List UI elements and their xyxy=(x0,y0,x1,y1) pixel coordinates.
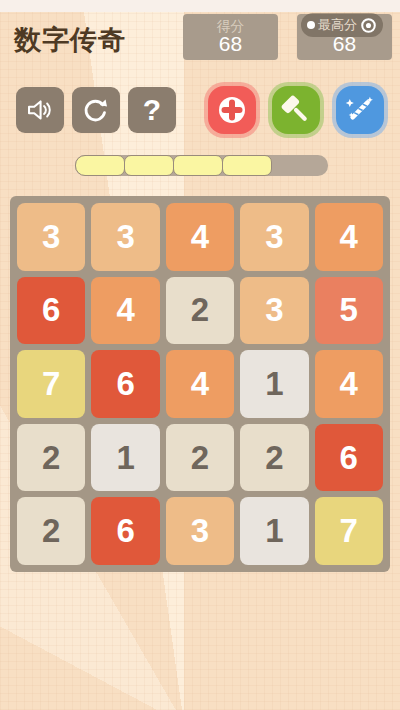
tile-r5c2[interactable]: 6 xyxy=(91,497,159,565)
tile-r5c1[interactable]: 2 xyxy=(17,497,85,565)
add-tile-button[interactable] xyxy=(208,86,256,134)
tile-r5c5[interactable]: 7 xyxy=(315,497,383,565)
game-board: 3343464235764142122626317 xyxy=(10,196,390,572)
speaker-icon xyxy=(25,96,55,124)
tile-r4c4[interactable]: 2 xyxy=(240,424,308,492)
gavel-icon xyxy=(278,92,314,128)
score-label: 得分 xyxy=(217,19,245,34)
refresh-icon xyxy=(82,96,110,124)
tile-r3c1[interactable]: 7 xyxy=(17,350,85,418)
tile-r1c2[interactable]: 3 xyxy=(91,203,159,271)
tile-r1c5[interactable]: 4 xyxy=(315,203,383,271)
hammer-button[interactable] xyxy=(272,86,320,134)
progress-segment-3 xyxy=(173,155,223,176)
tile-r3c4[interactable]: 1 xyxy=(240,350,308,418)
tile-r5c3[interactable]: 3 xyxy=(166,497,234,565)
tile-r2c1[interactable]: 6 xyxy=(17,277,85,345)
tile-r4c1[interactable]: 2 xyxy=(17,424,85,492)
tile-r3c3[interactable]: 4 xyxy=(166,350,234,418)
tile-r2c4[interactable]: 3 xyxy=(240,277,308,345)
page-title: 数字传奇 xyxy=(14,22,126,58)
record-target-icon[interactable] xyxy=(360,17,377,34)
tile-r2c2[interactable]: 4 xyxy=(91,277,159,345)
tile-r4c3[interactable]: 2 xyxy=(166,424,234,492)
help-button[interactable]: ? xyxy=(128,87,176,133)
tile-r2c3[interactable]: 2 xyxy=(166,277,234,345)
tile-r1c4[interactable]: 3 xyxy=(240,203,308,271)
record-dot-icon xyxy=(307,21,315,29)
screen-recorder-overlay[interactable]: 最高分 xyxy=(301,13,383,37)
tile-r3c5[interactable]: 4 xyxy=(315,350,383,418)
tile-r4c5[interactable]: 6 xyxy=(315,424,383,492)
sound-button[interactable] xyxy=(16,87,64,133)
score-box: 得分 68 xyxy=(183,14,278,60)
progress-segment-2 xyxy=(124,155,174,176)
restart-button[interactable] xyxy=(72,87,120,133)
magic-wand-button[interactable] xyxy=(336,86,384,134)
tile-r3c2[interactable]: 6 xyxy=(91,350,159,418)
progress-segment-1 xyxy=(75,155,125,176)
status-bar-strip xyxy=(0,0,400,12)
level-progress-bar xyxy=(75,155,328,176)
question-mark-glyph: ? xyxy=(143,93,161,127)
score-value: 68 xyxy=(219,33,242,55)
tile-r1c3[interactable]: 4 xyxy=(166,203,234,271)
tile-r2c5[interactable]: 5 xyxy=(315,277,383,345)
tile-r5c4[interactable]: 1 xyxy=(240,497,308,565)
best-score-pill-label: 最高分 xyxy=(318,16,357,34)
tile-r4c2[interactable]: 1 xyxy=(91,424,159,492)
magic-wand-icon xyxy=(342,92,378,128)
tile-r1c1[interactable]: 3 xyxy=(17,203,85,271)
progress-segment-4 xyxy=(222,155,272,176)
game-screen: 数字传奇 得分 68 68 最高分 xyxy=(0,0,400,710)
plus-cross-icon xyxy=(214,92,250,128)
